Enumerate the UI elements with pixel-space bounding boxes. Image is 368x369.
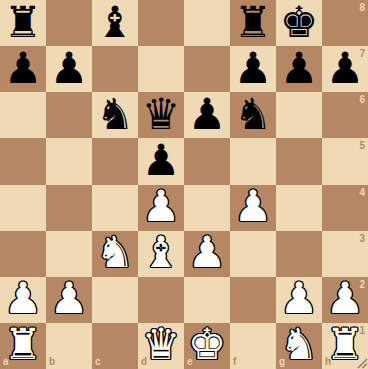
square-b6[interactable] — [46, 92, 92, 138]
piece-white-pawn[interactable]: ♟ — [188, 231, 227, 274]
square-a8[interactable]: ♜ — [0, 0, 46, 46]
piece-white-pawn[interactable]: ♟ — [234, 185, 273, 228]
square-c7[interactable] — [92, 46, 138, 92]
square-f2[interactable] — [230, 277, 276, 323]
square-e4[interactable] — [184, 185, 230, 231]
square-c5[interactable] — [92, 138, 138, 184]
square-f1[interactable]: f — [230, 323, 276, 369]
piece-black-king[interactable]: ♚ — [280, 1, 319, 44]
piece-white-knight[interactable]: ♞ — [96, 231, 135, 274]
coord-rank-3: 3 — [359, 234, 365, 244]
coord-rank-4: 4 — [359, 188, 365, 198]
square-a1[interactable]: ♜a — [0, 323, 46, 369]
square-f3[interactable] — [230, 231, 276, 277]
piece-white-pawn[interactable]: ♟ — [326, 277, 365, 320]
coord-file-c: c — [95, 357, 101, 367]
square-h8[interactable]: 8 — [322, 0, 368, 46]
square-c1[interactable]: c — [92, 323, 138, 369]
square-a6[interactable] — [0, 92, 46, 138]
piece-black-pawn[interactable]: ♟ — [142, 139, 181, 182]
square-c6[interactable]: ♞ — [92, 92, 138, 138]
square-g5[interactable] — [276, 138, 322, 184]
square-d6[interactable]: ♛ — [138, 92, 184, 138]
square-g3[interactable] — [276, 231, 322, 277]
coord-file-b: b — [49, 357, 55, 367]
square-a7[interactable]: ♟ — [0, 46, 46, 92]
piece-black-pawn[interactable]: ♟ — [280, 47, 319, 90]
square-g8[interactable]: ♚ — [276, 0, 322, 46]
square-c4[interactable] — [92, 185, 138, 231]
piece-black-bishop[interactable]: ♝ — [96, 1, 135, 44]
piece-black-knight[interactable]: ♞ — [234, 93, 273, 136]
piece-black-knight[interactable]: ♞ — [96, 93, 135, 136]
square-b5[interactable] — [46, 138, 92, 184]
square-b4[interactable] — [46, 185, 92, 231]
square-d5[interactable]: ♟ — [138, 138, 184, 184]
piece-white-bishop[interactable]: ♝ — [142, 231, 181, 274]
coord-rank-8: 8 — [359, 3, 365, 13]
square-f7[interactable]: ♟ — [230, 46, 276, 92]
piece-white-pawn[interactable]: ♟ — [280, 277, 319, 320]
square-h1[interactable]: ♜1h — [322, 323, 368, 369]
piece-white-king[interactable]: ♚ — [188, 323, 227, 366]
square-a4[interactable] — [0, 185, 46, 231]
square-h6[interactable]: 6 — [322, 92, 368, 138]
piece-black-pawn[interactable]: ♟ — [326, 47, 365, 90]
piece-white-pawn[interactable]: ♟ — [142, 185, 181, 228]
piece-white-knight[interactable]: ♞ — [280, 323, 319, 366]
piece-white-rook[interactable]: ♜ — [4, 323, 43, 366]
square-c8[interactable]: ♝ — [92, 0, 138, 46]
square-b2[interactable]: ♟ — [46, 277, 92, 323]
board-resize-handle-icon[interactable] — [356, 357, 368, 369]
square-e8[interactable] — [184, 0, 230, 46]
square-b7[interactable]: ♟ — [46, 46, 92, 92]
square-d7[interactable] — [138, 46, 184, 92]
piece-black-queen[interactable]: ♛ — [142, 93, 181, 136]
piece-black-pawn[interactable]: ♟ — [50, 47, 89, 90]
piece-black-pawn[interactable]: ♟ — [234, 47, 273, 90]
square-g6[interactable] — [276, 92, 322, 138]
square-f8[interactable]: ♜ — [230, 0, 276, 46]
piece-black-pawn[interactable]: ♟ — [188, 93, 227, 136]
square-f5[interactable] — [230, 138, 276, 184]
square-g4[interactable] — [276, 185, 322, 231]
square-h5[interactable]: 5 — [322, 138, 368, 184]
square-h3[interactable]: 3 — [322, 231, 368, 277]
square-c2[interactable] — [92, 277, 138, 323]
square-e7[interactable] — [184, 46, 230, 92]
piece-black-pawn[interactable]: ♟ — [4, 47, 43, 90]
square-g1[interactable]: ♞g — [276, 323, 322, 369]
piece-white-queen[interactable]: ♛ — [142, 323, 181, 366]
chess-board: ♜♝♜♚8♟♟♟♟♟7♞♛♟♞6♟5♟♟4♞♝♟3♟♟♟♟2♜abc♛d♚ef♞… — [0, 0, 368, 369]
square-e1[interactable]: ♚e — [184, 323, 230, 369]
square-g2[interactable]: ♟ — [276, 277, 322, 323]
square-d2[interactable] — [138, 277, 184, 323]
square-a2[interactable]: ♟ — [0, 277, 46, 323]
square-f6[interactable]: ♞ — [230, 92, 276, 138]
square-f4[interactable]: ♟ — [230, 185, 276, 231]
square-h4[interactable]: 4 — [322, 185, 368, 231]
square-d1[interactable]: ♛d — [138, 323, 184, 369]
coord-rank-6: 6 — [359, 95, 365, 105]
square-d8[interactable] — [138, 0, 184, 46]
coord-file-f: f — [233, 357, 236, 367]
square-a5[interactable] — [0, 138, 46, 184]
square-g7[interactable]: ♟ — [276, 46, 322, 92]
square-b8[interactable] — [46, 0, 92, 46]
square-e5[interactable] — [184, 138, 230, 184]
square-d3[interactable]: ♝ — [138, 231, 184, 277]
square-e6[interactable]: ♟ — [184, 92, 230, 138]
coord-rank-5: 5 — [359, 141, 365, 151]
square-b1[interactable]: b — [46, 323, 92, 369]
square-b3[interactable] — [46, 231, 92, 277]
square-h2[interactable]: ♟2 — [322, 277, 368, 323]
square-e2[interactable] — [184, 277, 230, 323]
square-e3[interactable]: ♟ — [184, 231, 230, 277]
square-a3[interactable] — [0, 231, 46, 277]
piece-black-rook[interactable]: ♜ — [234, 1, 273, 44]
square-c3[interactable]: ♞ — [92, 231, 138, 277]
square-h7[interactable]: ♟7 — [322, 46, 368, 92]
piece-white-pawn[interactable]: ♟ — [50, 277, 89, 320]
piece-black-rook[interactable]: ♜ — [4, 1, 43, 44]
piece-white-pawn[interactable]: ♟ — [4, 277, 43, 320]
square-d4[interactable]: ♟ — [138, 185, 184, 231]
